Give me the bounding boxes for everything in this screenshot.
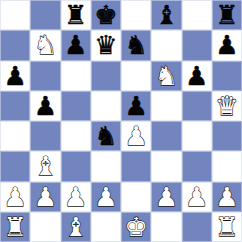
square-b3[interactable]: ♝ [30,151,60,181]
square-d5[interactable] [91,91,121,121]
square-d4[interactable]: ♞ [91,121,121,151]
square-e8[interactable] [121,0,151,30]
piece-white-pawn[interactable]: ♟ [124,123,147,149]
square-a5[interactable] [0,91,30,121]
square-f5[interactable] [151,91,181,121]
square-d3[interactable] [91,151,121,181]
piece-black-queen[interactable]: ♛ [94,32,117,58]
square-c5[interactable] [61,91,91,121]
piece-black-pawn[interactable]: ♟ [34,93,57,119]
piece-black-knight[interactable]: ♞ [94,123,117,149]
square-h3[interactable] [212,151,242,181]
square-b4[interactable] [30,121,60,151]
piece-black-king[interactable]: ♚ [94,2,117,28]
piece-black-pawn[interactable]: ♟ [64,32,87,58]
square-b7[interactable]: ♞ [30,30,60,60]
square-e6[interactable] [121,61,151,91]
piece-white-pawn[interactable]: ♟ [185,184,208,210]
square-d8[interactable]: ♚ [91,0,121,30]
square-b6[interactable] [30,61,60,91]
piece-white-rook[interactable]: ♜ [3,214,26,240]
square-c7[interactable]: ♟ [61,30,91,60]
piece-black-pawn[interactable]: ♟ [185,63,208,89]
square-h7[interactable]: ♟ [212,30,242,60]
square-b1[interactable] [30,212,60,242]
square-d6[interactable] [91,61,121,91]
square-g7[interactable] [182,30,212,60]
square-e1[interactable]: ♚ [121,212,151,242]
square-h2[interactable]: ♟ [212,182,242,212]
square-c6[interactable] [61,61,91,91]
square-c2[interactable]: ♟ [61,182,91,212]
piece-black-pawn[interactable]: ♟ [3,63,26,89]
square-f7[interactable] [151,30,181,60]
square-d7[interactable]: ♛ [91,30,121,60]
piece-white-bishop[interactable]: ♝ [34,153,57,179]
square-b8[interactable] [30,0,60,30]
square-e4[interactable]: ♟ [121,121,151,151]
piece-white-pawn[interactable]: ♟ [34,184,57,210]
piece-white-pawn[interactable]: ♟ [3,184,26,210]
square-f2[interactable]: ♟ [151,182,181,212]
piece-black-knight[interactable]: ♞ [124,32,147,58]
square-g1[interactable] [182,212,212,242]
square-b5[interactable]: ♟ [30,91,60,121]
square-f6[interactable]: ♞ [151,61,181,91]
square-d2[interactable]: ♟ [91,182,121,212]
chess-board: ♜♚♝♜♞♟♛♞♟♟♞♟♟♟♛♞♟♝♟♟♟♟♟♟♟♜♝♚♜ [0,0,242,242]
square-d1[interactable] [91,212,121,242]
square-h6[interactable] [212,61,242,91]
piece-black-rook[interactable]: ♜ [215,2,238,28]
piece-white-bishop[interactable]: ♝ [64,214,87,240]
square-h1[interactable]: ♜ [212,212,242,242]
piece-white-queen[interactable]: ♛ [215,93,238,119]
square-a6[interactable]: ♟ [0,61,30,91]
square-a1[interactable]: ♜ [0,212,30,242]
piece-black-bishop[interactable]: ♝ [155,2,178,28]
piece-black-rook[interactable]: ♜ [64,2,87,28]
square-g8[interactable] [182,0,212,30]
square-e7[interactable]: ♞ [121,30,151,60]
square-g5[interactable] [182,91,212,121]
square-f4[interactable] [151,121,181,151]
piece-white-king[interactable]: ♚ [124,214,147,240]
square-f1[interactable] [151,212,181,242]
square-e3[interactable] [121,151,151,181]
square-c1[interactable]: ♝ [61,212,91,242]
square-c8[interactable]: ♜ [61,0,91,30]
square-c4[interactable] [61,121,91,151]
piece-white-knight[interactable]: ♞ [34,32,57,58]
square-b2[interactable]: ♟ [30,182,60,212]
piece-white-knight[interactable]: ♞ [155,63,178,89]
piece-white-pawn[interactable]: ♟ [64,184,87,210]
square-a2[interactable]: ♟ [0,182,30,212]
square-a8[interactable] [0,0,30,30]
square-a7[interactable] [0,30,30,60]
piece-black-pawn[interactable]: ♟ [215,32,238,58]
square-e5[interactable]: ♟ [121,91,151,121]
square-g4[interactable] [182,121,212,151]
piece-white-pawn[interactable]: ♟ [94,184,117,210]
square-h5[interactable]: ♛ [212,91,242,121]
piece-white-pawn[interactable]: ♟ [155,184,178,210]
square-f8[interactable]: ♝ [151,0,181,30]
square-h8[interactable]: ♜ [212,0,242,30]
piece-white-rook[interactable]: ♜ [215,214,238,240]
square-h4[interactable] [212,121,242,151]
square-f3[interactable] [151,151,181,181]
square-g3[interactable] [182,151,212,181]
piece-black-pawn[interactable]: ♟ [124,93,147,119]
piece-white-pawn[interactable]: ♟ [215,184,238,210]
square-e2[interactable] [121,182,151,212]
square-g6[interactable]: ♟ [182,61,212,91]
square-c3[interactable] [61,151,91,181]
square-g2[interactable]: ♟ [182,182,212,212]
square-a4[interactable] [0,121,30,151]
square-a3[interactable] [0,151,30,181]
